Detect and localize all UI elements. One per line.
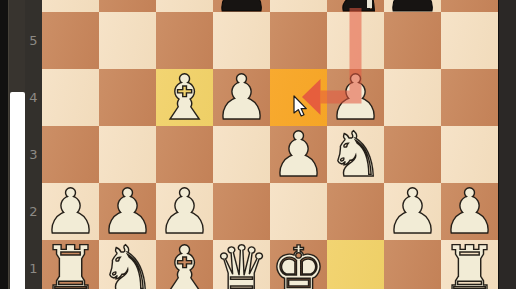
square-g4[interactable] xyxy=(384,69,441,126)
square-f2[interactable] xyxy=(327,183,384,240)
white-knight-b1[interactable]: ♞ xyxy=(100,240,156,289)
white-bishop-c4[interactable]: ♝ xyxy=(157,69,213,126)
square-a4[interactable] xyxy=(42,69,99,126)
square-g2[interactable]: ♟ xyxy=(384,183,441,240)
square-h6[interactable] xyxy=(441,0,498,12)
rank-label-4: 4 xyxy=(25,91,42,105)
black-knight-f6[interactable]: ♞ xyxy=(326,0,385,17)
square-d4[interactable]: ♟ xyxy=(213,69,270,126)
chess-app-screen: ♟♞♟♝♟♟♟♞♟♟♟♟♟♜♞♝♛♚♜ 54321 xyxy=(0,0,516,289)
square-b5[interactable] xyxy=(99,12,156,69)
evaluation-bar-white-portion xyxy=(10,92,25,289)
square-d3[interactable] xyxy=(213,126,270,183)
square-c1[interactable]: ♝ xyxy=(156,240,213,289)
square-f6[interactable]: ♞ xyxy=(327,0,384,12)
square-c6[interactable] xyxy=(156,0,213,12)
white-pawn-e3[interactable]: ♟ xyxy=(271,126,327,183)
white-knight-f3[interactable]: ♞ xyxy=(328,126,384,183)
white-bishop-c1[interactable]: ♝ xyxy=(157,240,213,289)
square-h4[interactable] xyxy=(441,69,498,126)
square-c4[interactable]: ♝ xyxy=(156,69,213,126)
square-e5[interactable] xyxy=(270,12,327,69)
white-pawn-d4[interactable]: ♟ xyxy=(214,69,270,126)
square-a6[interactable] xyxy=(42,0,99,12)
black-pawn-g6[interactable]: ♟ xyxy=(383,0,442,17)
white-queen-d1[interactable]: ♛ xyxy=(214,240,270,289)
white-pawn-g2[interactable]: ♟ xyxy=(385,183,441,240)
square-e3[interactable]: ♟ xyxy=(270,126,327,183)
square-g6[interactable]: ♟ xyxy=(384,0,441,12)
rank-label-2: 2 xyxy=(25,205,42,219)
window-edge-strip xyxy=(0,0,8,289)
square-b6[interactable] xyxy=(99,0,156,12)
square-f3[interactable]: ♞ xyxy=(327,126,384,183)
square-e6[interactable] xyxy=(270,0,327,12)
white-rook-h1[interactable]: ♜ xyxy=(442,240,498,289)
black-pawn-d6[interactable]: ♟ xyxy=(212,0,271,17)
square-b4[interactable] xyxy=(99,69,156,126)
square-e1[interactable]: ♚ xyxy=(270,240,327,289)
evaluation-bar xyxy=(8,0,26,289)
rank-label-1: 1 xyxy=(25,262,42,276)
window-right-strip xyxy=(499,0,516,289)
rank-label-5: 5 xyxy=(25,34,42,48)
chess-board[interactable]: ♟♞♟♝♟♟♟♞♟♟♟♟♟♜♞♝♛♚♜ xyxy=(42,0,498,289)
square-f1[interactable] xyxy=(327,240,384,289)
square-h1[interactable]: ♜ xyxy=(441,240,498,289)
square-a1[interactable]: ♜ xyxy=(42,240,99,289)
square-g1[interactable] xyxy=(384,240,441,289)
square-d1[interactable]: ♛ xyxy=(213,240,270,289)
white-king-e1[interactable]: ♚ xyxy=(271,240,327,289)
square-b1[interactable]: ♞ xyxy=(99,240,156,289)
square-h5[interactable] xyxy=(441,12,498,69)
rank-label-3: 3 xyxy=(25,148,42,162)
square-a5[interactable] xyxy=(42,12,99,69)
square-d6[interactable]: ♟ xyxy=(213,0,270,12)
white-rook-a1[interactable]: ♜ xyxy=(43,240,99,289)
